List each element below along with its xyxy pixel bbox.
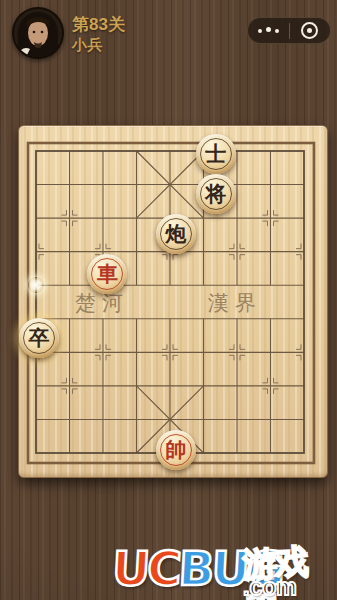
- piece-red-general[interactable]: 帥: [156, 430, 196, 470]
- piece-black-cannon[interactable]: 炮: [156, 214, 196, 254]
- piece-red-chariot[interactable]: 車: [87, 254, 127, 294]
- bottom-toolbar: 锦 15: [0, 530, 337, 600]
- piece-char: 将: [205, 183, 226, 204]
- more-options-icon[interactable]: [248, 18, 289, 43]
- piece-char: 炮: [165, 223, 186, 244]
- avatar-portrait: [14, 9, 62, 57]
- close-circle-icon[interactable]: [290, 18, 331, 43]
- pieces-layer: 士将炮車卒帥: [19, 134, 321, 470]
- app-screen: 第83关 小兵 楚河 漢界 士将炮車卒帥: [0, 0, 337, 600]
- piece-char: 士: [205, 143, 226, 164]
- xiangqi-board: 楚河 漢界 士将炮車卒帥: [18, 125, 328, 478]
- piece-black-soldier[interactable]: 卒: [19, 318, 59, 358]
- piece-black-general[interactable]: 将: [196, 174, 236, 214]
- piece-char: 車: [97, 263, 118, 284]
- rank-label: 小兵: [72, 36, 102, 55]
- piece-black-advisor[interactable]: 士: [196, 134, 236, 174]
- piece-char: 帥: [165, 439, 186, 460]
- piece-char: 卒: [29, 327, 50, 348]
- top-bar: 第83关 小兵: [0, 0, 337, 64]
- player-avatar[interactable]: [12, 7, 64, 59]
- miniprogram-capsule: [247, 17, 331, 44]
- level-label: 第83关: [72, 13, 125, 36]
